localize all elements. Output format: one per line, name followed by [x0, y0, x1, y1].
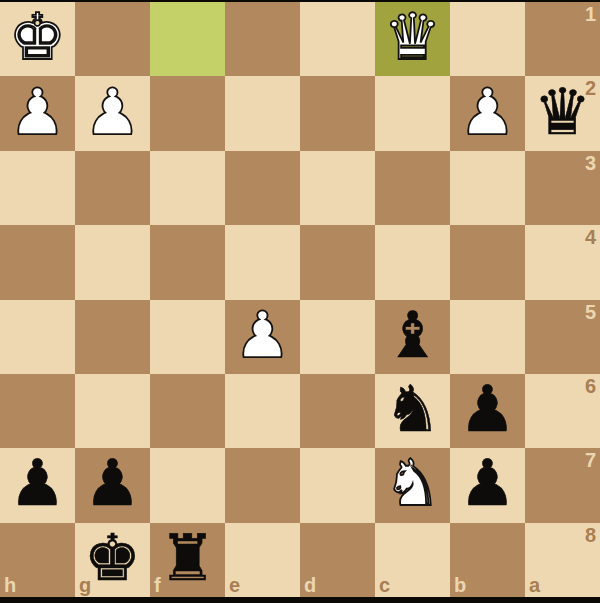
black-rook[interactable]: ♜ [159, 526, 216, 590]
square-c5[interactable]: ♝ [375, 300, 450, 374]
black-king[interactable]: ♚ [84, 526, 141, 590]
square-a5[interactable]: 5 [525, 300, 600, 374]
file-label-f: f [154, 575, 161, 595]
square-h3[interactable] [0, 151, 75, 225]
square-d2[interactable] [300, 76, 375, 150]
rank-label-2: 2 [585, 78, 596, 98]
square-d6[interactable] [300, 374, 375, 448]
white-pawn[interactable]: ♟ [84, 80, 141, 144]
square-a4[interactable]: 4 [525, 225, 600, 299]
square-a7[interactable]: 7 [525, 448, 600, 522]
black-pawn[interactable]: ♟ [84, 451, 141, 515]
file-label-a: a [529, 575, 540, 595]
file-label-b: b [454, 575, 466, 595]
black-pawn[interactable]: ♟ [459, 377, 516, 441]
rank-label-1: 1 [585, 4, 596, 24]
square-e4[interactable] [225, 225, 300, 299]
chess-board: ♚♛1♟♟♟♛234♟♝5♞♟6♟♟♞♟7h♚g♜fedcb8a [0, 2, 600, 597]
black-pawn[interactable]: ♟ [9, 451, 66, 515]
square-a1[interactable]: 1 [525, 2, 600, 76]
square-d1[interactable] [300, 2, 375, 76]
square-d7[interactable] [300, 448, 375, 522]
white-pawn[interactable]: ♟ [459, 80, 516, 144]
square-f7[interactable] [150, 448, 225, 522]
square-e2[interactable] [225, 76, 300, 150]
square-c7[interactable]: ♞ [375, 448, 450, 522]
square-g3[interactable] [75, 151, 150, 225]
square-f6[interactable] [150, 374, 225, 448]
square-f1[interactable] [150, 2, 225, 76]
file-label-e: e [229, 575, 240, 595]
square-g5[interactable] [75, 300, 150, 374]
square-d8[interactable]: d [300, 523, 375, 597]
square-e8[interactable]: e [225, 523, 300, 597]
square-d4[interactable] [300, 225, 375, 299]
square-c1[interactable]: ♛ [375, 2, 450, 76]
black-bishop[interactable]: ♝ [384, 303, 441, 367]
square-b1[interactable] [450, 2, 525, 76]
square-b6[interactable]: ♟ [450, 374, 525, 448]
square-a2[interactable]: ♛2 [525, 76, 600, 150]
square-f8[interactable]: ♜f [150, 523, 225, 597]
square-b5[interactable] [450, 300, 525, 374]
square-h8[interactable]: h [0, 523, 75, 597]
square-f2[interactable] [150, 76, 225, 150]
square-h6[interactable] [0, 374, 75, 448]
square-h4[interactable] [0, 225, 75, 299]
rank-label-8: 8 [585, 525, 596, 545]
square-e5[interactable]: ♟ [225, 300, 300, 374]
black-knight[interactable]: ♞ [384, 377, 441, 441]
white-knight[interactable]: ♞ [384, 451, 441, 515]
square-a6[interactable]: 6 [525, 374, 600, 448]
square-b3[interactable] [450, 151, 525, 225]
white-pawn[interactable]: ♟ [9, 80, 66, 144]
square-c4[interactable] [375, 225, 450, 299]
rank-label-3: 3 [585, 153, 596, 173]
square-b2[interactable]: ♟ [450, 76, 525, 150]
square-h5[interactable] [0, 300, 75, 374]
rank-label-4: 4 [585, 227, 596, 247]
white-king[interactable]: ♚ [9, 5, 66, 69]
square-f3[interactable] [150, 151, 225, 225]
square-e7[interactable] [225, 448, 300, 522]
white-pawn[interactable]: ♟ [234, 303, 291, 367]
white-queen[interactable]: ♛ [384, 5, 441, 69]
file-label-h: h [4, 575, 16, 595]
square-g6[interactable] [75, 374, 150, 448]
black-pawn[interactable]: ♟ [459, 451, 516, 515]
square-g1[interactable] [75, 2, 150, 76]
board-container: ♚♛1♟♟♟♛234♟♝5♞♟6♟♟♞♟7h♚g♜fedcb8a [0, 0, 600, 603]
square-h1[interactable]: ♚ [0, 2, 75, 76]
square-e3[interactable] [225, 151, 300, 225]
square-b8[interactable]: b [450, 523, 525, 597]
square-f4[interactable] [150, 225, 225, 299]
square-h2[interactable]: ♟ [0, 76, 75, 150]
rank-label-5: 5 [585, 302, 596, 322]
file-label-c: c [379, 575, 390, 595]
black-queen[interactable]: ♛ [534, 80, 591, 144]
square-a3[interactable]: 3 [525, 151, 600, 225]
square-f5[interactable] [150, 300, 225, 374]
square-g8[interactable]: ♚g [75, 523, 150, 597]
square-d5[interactable] [300, 300, 375, 374]
rank-label-6: 6 [585, 376, 596, 396]
square-e1[interactable] [225, 2, 300, 76]
square-a8[interactable]: 8a [525, 523, 600, 597]
file-label-g: g [79, 575, 91, 595]
square-e6[interactable] [225, 374, 300, 448]
square-b4[interactable] [450, 225, 525, 299]
square-c3[interactable] [375, 151, 450, 225]
square-c8[interactable]: c [375, 523, 450, 597]
square-g2[interactable]: ♟ [75, 76, 150, 150]
square-d3[interactable] [300, 151, 375, 225]
file-label-d: d [304, 575, 316, 595]
square-g7[interactable]: ♟ [75, 448, 150, 522]
square-c6[interactable]: ♞ [375, 374, 450, 448]
square-h7[interactable]: ♟ [0, 448, 75, 522]
rank-label-7: 7 [585, 450, 596, 470]
square-b7[interactable]: ♟ [450, 448, 525, 522]
square-g4[interactable] [75, 225, 150, 299]
square-c2[interactable] [375, 76, 450, 150]
